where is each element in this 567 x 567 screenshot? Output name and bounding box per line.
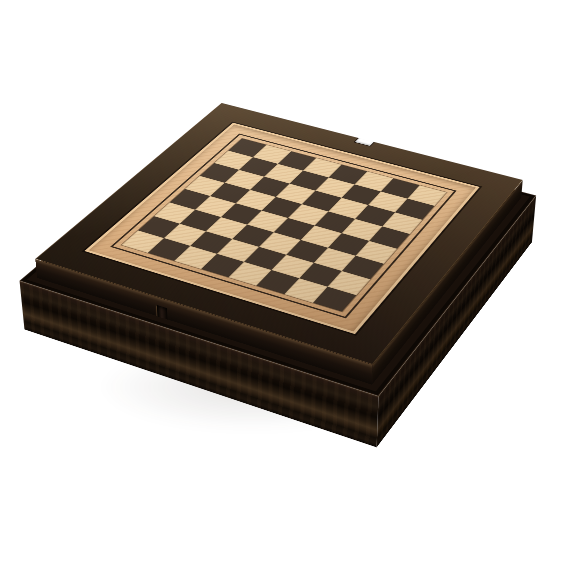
board-square — [217, 239, 259, 262]
board-square — [301, 226, 342, 248]
board-square — [259, 232, 301, 255]
board-square — [356, 241, 397, 264]
board-square — [369, 226, 410, 248]
board-square — [314, 248, 356, 271]
board-square — [342, 219, 383, 241]
board-square — [148, 238, 191, 261]
board-square — [232, 225, 273, 247]
board-square — [138, 216, 180, 238]
board-square — [256, 270, 299, 294]
board-square — [286, 240, 328, 263]
board-square — [206, 217, 247, 239]
photo-stage — [0, 0, 567, 567]
board-square — [201, 254, 244, 277]
board-square — [299, 263, 342, 287]
board-square — [271, 255, 313, 279]
board-square — [274, 218, 315, 240]
board-square — [313, 287, 356, 312]
board-square — [328, 233, 369, 256]
board-square — [342, 256, 384, 280]
board-square — [244, 247, 286, 270]
chess-box — [35, 103, 523, 365]
board-square — [174, 246, 217, 269]
board-square — [284, 278, 327, 303]
board-square — [122, 230, 164, 252]
chess-board — [122, 138, 447, 311]
lid-finger-notch — [353, 138, 374, 147]
board-square — [328, 271, 371, 295]
board-square — [190, 231, 232, 254]
board-square — [229, 262, 272, 286]
board-square — [164, 224, 206, 246]
product-image-canvas — [0, 0, 567, 567]
